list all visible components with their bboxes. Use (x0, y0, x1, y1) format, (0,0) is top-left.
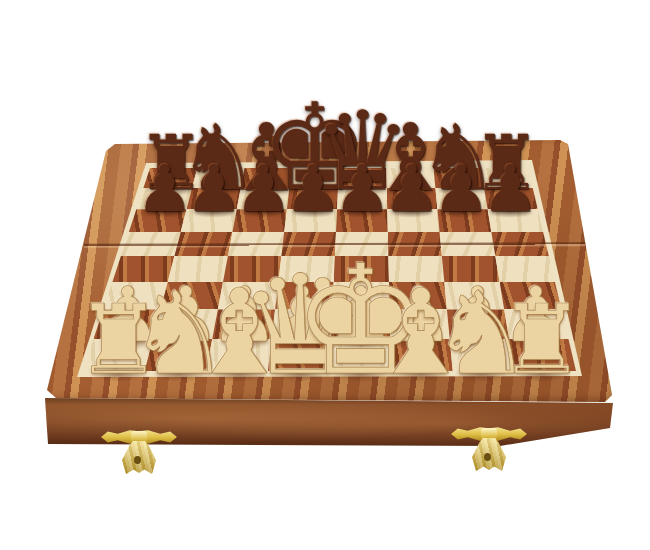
piece-shadow (245, 184, 288, 196)
piece-shadow (101, 335, 153, 350)
piece-shadow (192, 205, 236, 218)
piece-shadow (152, 366, 206, 382)
chess-set-photo: ♜♞♝♚♛♝♞♜♟♟♟♟♟♟♟♟♟♟♟♟♟♟♟♟♜♞♝♛♚♝♞♜ (0, 0, 650, 550)
piece-shadow (485, 184, 528, 196)
piece-shadow (241, 205, 285, 218)
piece-shadow (197, 184, 240, 196)
piece-shadow (91, 366, 145, 382)
piece-shadow (393, 335, 445, 350)
piece-shadow (149, 184, 192, 196)
piece-shadow (340, 205, 384, 218)
piece-shadow (293, 184, 336, 196)
piece-shadow (291, 205, 335, 218)
piece-shadow (212, 366, 266, 382)
piece-shadow (510, 335, 562, 350)
piece-shadow (276, 335, 328, 350)
piece-shadow (515, 366, 569, 382)
piece-shadow (333, 366, 387, 382)
piece-shadow (394, 366, 448, 382)
piece-shadow (437, 184, 480, 196)
pieces-layer: ♜♞♝♚♛♝♞♜♟♟♟♟♟♟♟♟♟♟♟♟♟♟♟♟♜♞♝♛♚♝♞♜ (0, 0, 650, 550)
piece-shadow (142, 205, 186, 218)
piece-shadow (454, 366, 508, 382)
piece-shadow (218, 335, 270, 350)
piece-shadow (389, 205, 433, 218)
piece-shadow (160, 335, 212, 350)
piece-shadow (451, 335, 503, 350)
piece-shadow (273, 366, 327, 382)
piece-shadow (488, 205, 532, 218)
piece-shadow (389, 184, 432, 196)
piece-shadow (335, 335, 387, 350)
piece-shadow (439, 205, 483, 218)
piece-shadow (341, 184, 384, 196)
